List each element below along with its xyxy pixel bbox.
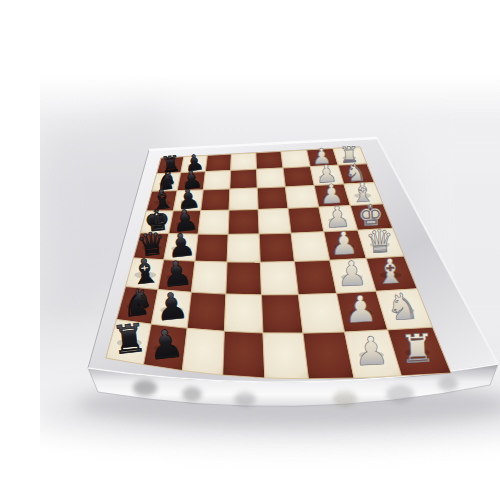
square-f4 <box>257 187 288 210</box>
square-c5 <box>226 262 262 295</box>
frame-reflection-blob <box>133 380 157 396</box>
square-d3 <box>291 232 330 262</box>
square-d4 <box>259 233 294 262</box>
square-f6 <box>201 189 230 211</box>
chess-scene: ♜♟♟♜♞♟♟♞♝♟♟♝♚♟♟♚♛♟♟♛♝♟♟♝♞♟♟♞♜♟♟♜ <box>40 16 500 500</box>
square-g3 <box>283 167 314 187</box>
piece-white-pawn-a2: ♟ <box>353 328 390 375</box>
square-a4 <box>263 333 309 379</box>
square-h4 <box>256 151 283 169</box>
chess-set-photo: ♜♟♟♜♞♟♟♞♝♟♟♝♚♟♟♚♛♟♟♛♝♟♟♝♞♟♟♞♜♟♟♜ <box>40 16 500 500</box>
square-f3 <box>285 186 318 209</box>
square-g4 <box>257 168 286 188</box>
piece-white-rook-a1: ♜ <box>399 325 436 372</box>
square-e6 <box>198 210 229 234</box>
square-b4 <box>262 295 304 334</box>
square-c6 <box>191 261 227 294</box>
square-g5 <box>230 169 257 189</box>
square-g6 <box>203 171 230 190</box>
square-h3 <box>281 150 310 168</box>
frame-reflection-blob <box>182 387 202 401</box>
square-b5 <box>224 294 263 333</box>
frame-reflection-blob <box>234 392 256 406</box>
piece-black-rook-a8: ♜ <box>109 315 148 363</box>
square-f5 <box>229 188 258 210</box>
frame-reflection-blob <box>386 385 414 403</box>
piece-white-pawn-b2: ♟ <box>343 287 378 332</box>
frame-reflection-blob <box>438 377 458 391</box>
square-e4 <box>258 208 291 234</box>
square-d6 <box>195 234 228 262</box>
square-e5 <box>228 210 259 235</box>
square-h6 <box>205 154 231 172</box>
square-e3 <box>288 207 324 233</box>
square-b6 <box>187 292 226 331</box>
square-a6 <box>182 328 224 375</box>
square-a5 <box>223 331 265 378</box>
piece-white-knight-b1: ♞ <box>385 285 420 330</box>
piece-black-pawn-a7: ♟ <box>146 320 185 368</box>
frame-reflection-blob <box>333 391 357 407</box>
square-c3 <box>295 260 337 294</box>
square-d5 <box>227 234 260 262</box>
square-h5 <box>231 153 257 171</box>
square-c4 <box>260 262 298 295</box>
